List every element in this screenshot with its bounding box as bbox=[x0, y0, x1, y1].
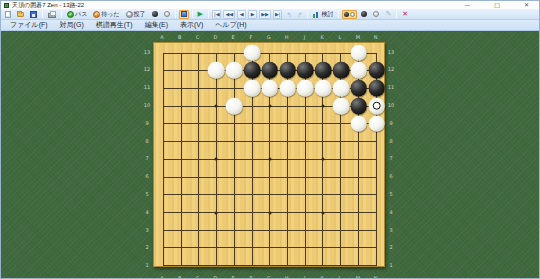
last-move-icon: ▶| bbox=[275, 11, 281, 18]
grid-cell bbox=[322, 53, 340, 71]
coord-number-right: 4 bbox=[389, 209, 392, 214]
grid-cell bbox=[287, 159, 305, 177]
toolbar-separator bbox=[396, 10, 397, 18]
coord-letter-top: A bbox=[160, 34, 163, 39]
grid-cell bbox=[198, 247, 216, 265]
coord-number-right: 3 bbox=[389, 227, 392, 232]
grid-cell bbox=[358, 159, 376, 177]
grid-cell bbox=[358, 230, 376, 248]
coord-number-left: 5 bbox=[145, 192, 148, 197]
go-board[interactable] bbox=[153, 42, 385, 267]
grid-cell bbox=[198, 106, 216, 124]
grid-cell bbox=[163, 53, 181, 71]
grid-cell bbox=[234, 88, 252, 106]
grid-cell bbox=[216, 88, 234, 106]
menu-view[interactable]: 表示(V) bbox=[175, 20, 208, 30]
menu-replay[interactable]: 棋譜再生(T) bbox=[91, 20, 138, 30]
grid-cell bbox=[198, 159, 216, 177]
pass-button[interactable]: ✓ パス bbox=[65, 10, 89, 19]
grid-cell bbox=[163, 88, 181, 106]
grid-cell bbox=[163, 230, 181, 248]
grid-cell bbox=[163, 123, 181, 141]
grid-cell bbox=[252, 106, 270, 124]
grid-cell bbox=[252, 212, 270, 230]
coord-number-right: 1 bbox=[389, 263, 392, 268]
grid-cell bbox=[322, 70, 340, 88]
grid-cell bbox=[305, 53, 323, 71]
grid-cell bbox=[269, 106, 287, 124]
coord-number-left: 13 bbox=[144, 49, 150, 54]
grid-cell bbox=[287, 88, 305, 106]
grid-cell bbox=[234, 194, 252, 212]
grid-cell bbox=[163, 177, 181, 195]
toolbar: ✓ パス ↶ 待った ⚑ 投了 ▶ |◀ ◀◀ ◀ ▶ ▶▶ ▶| ↰ ↱ 検討 bbox=[1, 9, 539, 20]
coord-number-right: 8 bbox=[389, 138, 392, 143]
save-file-button[interactable] bbox=[28, 10, 39, 19]
coord-number-right: 6 bbox=[389, 174, 392, 179]
grid-cell bbox=[322, 159, 340, 177]
fast-forward-icon: ▶▶ bbox=[261, 11, 269, 18]
first-move-icon: |◀ bbox=[214, 11, 220, 18]
print-button[interactable] bbox=[46, 10, 58, 19]
coord-number-left: 12 bbox=[144, 67, 150, 72]
grid-cell bbox=[287, 70, 305, 88]
grid-cell bbox=[216, 177, 234, 195]
grid-cell bbox=[163, 159, 181, 177]
coord-letter-top: L bbox=[339, 34, 342, 39]
branch-prev-button[interactable]: ↰ bbox=[284, 10, 293, 19]
coord-number-left: 7 bbox=[145, 156, 148, 161]
toolbar-separator bbox=[192, 10, 193, 18]
coord-number-right: 13 bbox=[388, 49, 394, 54]
grid-cell bbox=[340, 123, 358, 141]
grid-cell bbox=[287, 123, 305, 141]
undo-icon: ↶ bbox=[93, 11, 100, 18]
grid-cell bbox=[181, 141, 199, 159]
coord-number-right: 12 bbox=[388, 67, 394, 72]
grid-cell bbox=[181, 194, 199, 212]
pass-label: パス bbox=[75, 10, 87, 19]
grid-cell bbox=[181, 70, 199, 88]
coord-number-left: 2 bbox=[145, 245, 148, 250]
delete-button[interactable]: ✕ bbox=[400, 10, 410, 19]
grid-cell bbox=[287, 177, 305, 195]
coord-letter-top: M bbox=[356, 34, 360, 39]
grid-cell bbox=[305, 123, 323, 141]
app-icon bbox=[4, 3, 9, 8]
grid-cell bbox=[198, 70, 216, 88]
grid-cell bbox=[181, 247, 199, 265]
pencil-icon: ✎ bbox=[385, 10, 391, 18]
toolbar-separator bbox=[42, 10, 43, 18]
maximize-button[interactable]: □ bbox=[494, 1, 500, 9]
grid-cell bbox=[287, 194, 305, 212]
back-button[interactable]: ◀ bbox=[237, 10, 246, 19]
coord-letter-bottom: H bbox=[285, 275, 289, 279]
pass-icon: ✓ bbox=[67, 11, 74, 18]
toolbar-separator bbox=[338, 10, 339, 18]
grid-cell bbox=[340, 159, 358, 177]
minimize-button[interactable]: — bbox=[464, 1, 470, 9]
board-view-toggle-button[interactable] bbox=[179, 10, 189, 19]
coord-number-right: 11 bbox=[388, 85, 394, 90]
window-controls: — □ ✕ bbox=[464, 1, 529, 9]
grid-cell bbox=[198, 212, 216, 230]
grid-cell bbox=[305, 159, 323, 177]
grid-cell bbox=[234, 141, 252, 159]
board-grid[interactable] bbox=[163, 53, 377, 267]
printer-icon bbox=[48, 13, 56, 18]
grid-cell bbox=[234, 70, 252, 88]
grid-cell bbox=[163, 70, 181, 88]
fast-forward-button[interactable]: ▶▶ bbox=[259, 10, 271, 19]
coord-number-left: 3 bbox=[145, 227, 148, 232]
grid-cell bbox=[358, 88, 376, 106]
menu-file[interactable]: ファイル(F) bbox=[5, 20, 53, 30]
coord-number-right: 5 bbox=[389, 192, 392, 197]
save-floppy-icon bbox=[30, 11, 37, 18]
close-button[interactable]: ✕ bbox=[524, 1, 529, 9]
grid-cell bbox=[252, 230, 270, 248]
grid-cell bbox=[269, 159, 287, 177]
board-background: AABBCCDDEEFFGGHHJJKKLLMMNN13131212111110… bbox=[1, 31, 540, 279]
coord-letter-top: K bbox=[321, 34, 324, 39]
black-stone-icon bbox=[152, 11, 158, 17]
menu-help[interactable]: ヘルプ(H) bbox=[210, 20, 251, 30]
forward-button[interactable]: ▶ bbox=[248, 10, 257, 19]
grid-cell bbox=[322, 123, 340, 141]
open-folder-icon bbox=[17, 12, 24, 17]
fast-back-button[interactable]: ◀◀ bbox=[223, 10, 235, 19]
grid-cell bbox=[163, 212, 181, 230]
grid-cell bbox=[358, 53, 376, 71]
fast-back-icon: ◀◀ bbox=[225, 11, 233, 18]
grid-cell bbox=[181, 230, 199, 248]
grid-cell bbox=[234, 177, 252, 195]
grid-cell bbox=[198, 141, 216, 159]
toolbar-separator bbox=[61, 10, 62, 18]
open-file-button[interactable] bbox=[15, 10, 26, 19]
grid-cell bbox=[269, 212, 287, 230]
grid-cell bbox=[216, 212, 234, 230]
grid-cell bbox=[234, 106, 252, 124]
coord-letter-top: F bbox=[250, 34, 253, 39]
undo-move-button[interactable]: ↶ 待った bbox=[91, 10, 121, 19]
grid-cell bbox=[252, 70, 270, 88]
grid-cell bbox=[287, 212, 305, 230]
menu-bar: ファイル(F) 対局(G) 棋譜再生(T) 編集(E) 表示(V) ヘルプ(H) bbox=[1, 20, 539, 31]
grid-cell bbox=[252, 88, 270, 106]
grid-cell bbox=[216, 141, 234, 159]
analyze-label: 検討 bbox=[321, 10, 333, 19]
grid-cell bbox=[252, 247, 270, 265]
new-file-button[interactable] bbox=[3, 10, 13, 19]
grid-cell bbox=[287, 247, 305, 265]
place-black-mode-button[interactable] bbox=[359, 10, 369, 19]
grid-cell bbox=[287, 230, 305, 248]
grid-cell bbox=[322, 106, 340, 124]
menu-edit[interactable]: 編集(E) bbox=[140, 20, 173, 30]
back-icon: ◀ bbox=[240, 11, 244, 18]
coord-letter-bottom: K bbox=[321, 275, 324, 279]
grid-cell bbox=[305, 106, 323, 124]
grid-cell bbox=[181, 88, 199, 106]
coord-number-left: 11 bbox=[144, 85, 150, 90]
toolbar-separator bbox=[307, 10, 308, 18]
toolbar-separator bbox=[208, 10, 209, 18]
grid-cell bbox=[269, 194, 287, 212]
coord-letter-top: D bbox=[213, 34, 217, 39]
coord-letter-bottom: A bbox=[160, 275, 163, 279]
branch-right-icon: ↱ bbox=[297, 11, 302, 18]
grid-cell bbox=[252, 177, 270, 195]
coord-letter-bottom: L bbox=[339, 275, 342, 279]
coord-letter-top: N bbox=[374, 34, 378, 39]
app-window: 天頂の囲碁7 Zen - 13路-22 — □ ✕ ✓ パス ↶ 待った ⚑ 投… bbox=[0, 0, 540, 279]
grid-cell bbox=[198, 177, 216, 195]
alternate-stones-icon bbox=[344, 12, 355, 17]
grid-cell bbox=[269, 70, 287, 88]
grid-cell bbox=[198, 123, 216, 141]
coord-number-left: 6 bbox=[145, 174, 148, 179]
grid-cell bbox=[322, 141, 340, 159]
board-view-icon bbox=[181, 11, 187, 17]
grid-cell bbox=[252, 53, 270, 71]
forward-icon: ▶ bbox=[251, 11, 255, 18]
grid-cell bbox=[358, 70, 376, 88]
grid-cell bbox=[234, 159, 252, 177]
grid-cell bbox=[198, 88, 216, 106]
grid-cell bbox=[181, 177, 199, 195]
title-bar: 天頂の囲碁7 Zen - 13路-22 — □ ✕ bbox=[1, 1, 539, 9]
grid-cell bbox=[358, 194, 376, 212]
grid-cell bbox=[216, 159, 234, 177]
grid-cell bbox=[305, 230, 323, 248]
grid-cell bbox=[340, 88, 358, 106]
grid-cell bbox=[305, 88, 323, 106]
grid-cell bbox=[163, 194, 181, 212]
grid-cell bbox=[181, 53, 199, 71]
grid-cell bbox=[305, 212, 323, 230]
white-stone-icon bbox=[164, 11, 170, 17]
grid-cell bbox=[358, 141, 376, 159]
grid-cell bbox=[340, 141, 358, 159]
white-stone-tool-button[interactable] bbox=[162, 10, 172, 19]
resign-button[interactable]: ⚑ 投了 bbox=[124, 10, 148, 19]
grid-cell bbox=[322, 194, 340, 212]
coord-letter-bottom: E bbox=[232, 275, 235, 279]
grid-cell bbox=[340, 194, 358, 212]
place-black-icon bbox=[361, 11, 367, 17]
first-move-button[interactable]: |◀ bbox=[212, 10, 222, 19]
coord-number-left: 9 bbox=[145, 120, 148, 125]
grid-cell bbox=[322, 212, 340, 230]
coord-letter-bottom: M bbox=[356, 275, 360, 279]
analyze-icon bbox=[313, 11, 320, 18]
grid-cell bbox=[181, 106, 199, 124]
grid-cell bbox=[340, 53, 358, 71]
coord-letter-bottom: D bbox=[213, 275, 217, 279]
grid-cell bbox=[305, 194, 323, 212]
grid-cell bbox=[305, 247, 323, 265]
coord-number-right: 10 bbox=[388, 103, 394, 108]
coord-letter-bottom: J bbox=[304, 275, 305, 279]
coord-number-left: 1 bbox=[145, 263, 148, 268]
coord-letter-top: J bbox=[304, 34, 305, 39]
coord-number-right: 2 bbox=[389, 245, 392, 250]
coord-letter-bottom: F bbox=[250, 275, 253, 279]
grid-cell bbox=[269, 177, 287, 195]
branch-left-icon: ↰ bbox=[286, 11, 291, 18]
coord-letter-top: C bbox=[196, 34, 200, 39]
grid-cell bbox=[181, 212, 199, 230]
grid-cell bbox=[234, 53, 252, 71]
play-button[interactable]: ▶ bbox=[196, 10, 205, 19]
coord-letter-bottom: C bbox=[196, 275, 200, 279]
grid-cell bbox=[216, 230, 234, 248]
grid-cell bbox=[340, 106, 358, 124]
grid-cell bbox=[234, 212, 252, 230]
coord-number-right: 9 bbox=[389, 120, 392, 125]
grid-cell bbox=[340, 230, 358, 248]
grid-cell bbox=[216, 53, 234, 71]
grid-cell bbox=[252, 159, 270, 177]
grid-cell bbox=[287, 141, 305, 159]
grid-cell bbox=[216, 70, 234, 88]
grid-cell bbox=[269, 141, 287, 159]
grid-cell bbox=[269, 88, 287, 106]
grid-cell bbox=[322, 177, 340, 195]
grid-cell bbox=[287, 53, 305, 71]
resign-icon: ⚑ bbox=[126, 11, 133, 18]
grid-cell bbox=[305, 141, 323, 159]
window-title: 天頂の囲碁7 Zen - 13路-22 bbox=[12, 1, 84, 9]
grid-cell bbox=[252, 194, 270, 212]
grid-cell bbox=[234, 247, 252, 265]
last-move-button[interactable]: ▶| bbox=[273, 10, 283, 19]
undo-label: 待った bbox=[101, 10, 119, 19]
grid-cell bbox=[198, 230, 216, 248]
grid-cell bbox=[269, 230, 287, 248]
coord-letter-top: B bbox=[178, 34, 181, 39]
grid-cell bbox=[340, 247, 358, 265]
grid-cell bbox=[216, 247, 234, 265]
black-stone-tool-button[interactable] bbox=[150, 10, 160, 19]
grid-cell bbox=[181, 159, 199, 177]
grid-cell bbox=[198, 194, 216, 212]
grid-cell bbox=[252, 123, 270, 141]
coord-letter-top: G bbox=[267, 34, 271, 39]
grid-cell bbox=[216, 106, 234, 124]
grid-cell bbox=[322, 230, 340, 248]
grid-cell bbox=[269, 247, 287, 265]
coord-letter-bottom: B bbox=[178, 275, 181, 279]
grid-cell bbox=[358, 123, 376, 141]
coord-number-left: 8 bbox=[145, 138, 148, 143]
grid-cell bbox=[216, 123, 234, 141]
grid-cell bbox=[198, 53, 216, 71]
coord-letter-top: H bbox=[285, 34, 289, 39]
grid-cell bbox=[269, 123, 287, 141]
menu-game[interactable]: 対局(G) bbox=[55, 20, 89, 30]
grid-cell bbox=[269, 53, 287, 71]
grid-cell bbox=[358, 247, 376, 265]
grid-cell bbox=[181, 123, 199, 141]
grid-cell bbox=[358, 212, 376, 230]
analyze-button[interactable]: 検討 bbox=[311, 10, 335, 19]
delete-x-icon: ✕ bbox=[402, 10, 408, 19]
coord-number-right: 7 bbox=[389, 156, 392, 161]
grid-cell bbox=[305, 177, 323, 195]
edit-markup-button[interactable]: ✎ bbox=[383, 10, 393, 19]
grid-cell bbox=[163, 141, 181, 159]
grid-cell bbox=[358, 106, 376, 124]
grid-cell bbox=[305, 70, 323, 88]
coord-letter-bottom: G bbox=[267, 275, 271, 279]
grid-cell bbox=[322, 247, 340, 265]
grid-cell bbox=[163, 106, 181, 124]
grid-cell bbox=[322, 88, 340, 106]
grid-cell bbox=[358, 177, 376, 195]
grid-cell bbox=[216, 194, 234, 212]
toolbar-separator bbox=[175, 10, 176, 18]
play-icon: ▶ bbox=[198, 10, 203, 19]
grid-cell bbox=[340, 177, 358, 195]
coord-number-left: 10 bbox=[144, 103, 150, 108]
grid-cell bbox=[252, 141, 270, 159]
grid-cell bbox=[340, 70, 358, 88]
coord-number-left: 4 bbox=[145, 209, 148, 214]
grid-cell bbox=[234, 123, 252, 141]
new-file-icon bbox=[5, 11, 11, 18]
branch-next-button[interactable]: ↱ bbox=[295, 10, 304, 19]
coord-letter-bottom: N bbox=[374, 275, 378, 279]
alternate-play-mode-button[interactable] bbox=[342, 10, 357, 19]
resign-label: 投了 bbox=[134, 10, 146, 19]
place-white-icon bbox=[373, 11, 379, 17]
grid-cell bbox=[287, 106, 305, 124]
coord-letter-top: E bbox=[232, 34, 235, 39]
grid-cell bbox=[340, 212, 358, 230]
grid-cell bbox=[163, 247, 181, 265]
place-white-mode-button[interactable] bbox=[371, 10, 381, 19]
grid-cell bbox=[234, 230, 252, 248]
